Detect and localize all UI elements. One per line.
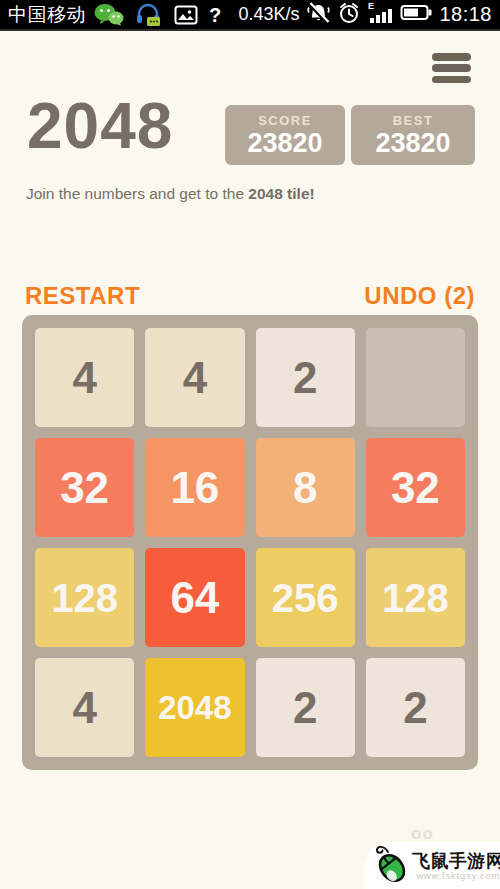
- menu-bar: [432, 64, 471, 72]
- game-subtitle: Join the numbers and get to the 2048 til…: [26, 185, 315, 203]
- battery-icon: [400, 4, 432, 25]
- faint-background-mark: oo: [411, 824, 434, 844]
- tile-2-r4c3: 2: [256, 658, 355, 757]
- watermark-site-name: 飞鼠手游网: [412, 852, 500, 871]
- clock-label: 18:18: [439, 3, 492, 26]
- restart-button[interactable]: RESTART: [25, 282, 140, 310]
- score-label: SCORE: [258, 114, 312, 127]
- status-bar: 中国移动: [0, 0, 500, 31]
- headset-chat-icon: [135, 2, 163, 27]
- tile-128-r3c4: 128: [366, 548, 465, 647]
- tile-4-r1c2: 4: [145, 328, 244, 427]
- tile-4-r1c1: 4: [35, 328, 134, 427]
- site-watermark: 飞鼠手游网 www.fsktgsy.com: [365, 842, 500, 889]
- mute-vibrate-icon: [306, 2, 331, 28]
- wechat-icon: [94, 3, 124, 26]
- carrier-label: 中国移动: [8, 2, 86, 28]
- signal-bars-icon: E: [367, 1, 393, 29]
- score-value: 23820: [247, 130, 322, 157]
- tile-8-r2c3: 8: [256, 438, 355, 537]
- controls-row: RESTART UNDO (2): [25, 282, 475, 310]
- alarm-clock-icon: [338, 2, 360, 28]
- mouse-logo-icon: [374, 843, 410, 889]
- tile-256-r3c3: 256: [256, 548, 355, 647]
- best-value: 23820: [375, 130, 450, 157]
- tile-64-r3c2: 64: [145, 548, 244, 647]
- best-label: BEST: [393, 114, 434, 127]
- menu-bar: [432, 76, 471, 84]
- tile-32-r2c1: 32: [35, 438, 134, 537]
- subtitle-text: Join the numbers and get to the: [26, 185, 248, 202]
- tile-128-r3c1: 128: [35, 548, 134, 647]
- board-grid[interactable]: 4423216832128642561284204822: [22, 315, 478, 770]
- subtitle-goal-text: 2048 tile!: [248, 185, 314, 202]
- best-box: BEST 23820: [351, 105, 475, 165]
- tile-2048-r4c2: 2048: [145, 658, 244, 757]
- tile-32-r2c4: 32: [366, 438, 465, 537]
- signal-type-label: E: [368, 1, 374, 11]
- menu-button[interactable]: [432, 53, 471, 83]
- undo-button[interactable]: UNDO (2): [364, 282, 475, 310]
- score-box: SCORE 23820: [225, 105, 345, 165]
- phone-screen: 中国移动: [0, 0, 500, 889]
- tile-16-r2c2: 16: [145, 438, 244, 537]
- menu-bar: [432, 53, 471, 61]
- image-icon: [174, 5, 198, 25]
- wifi-question-icon: ?: [209, 5, 221, 25]
- tile-4-r4c1: 4: [35, 658, 134, 757]
- tile-2-r1c3: 2: [256, 328, 355, 427]
- empty-cell-r1c4: [366, 328, 465, 427]
- tile-2-r4c4: 2: [366, 658, 465, 757]
- network-speed-label: 0.43K/s: [238, 4, 299, 25]
- watermark-site-url: www.fsktgsy.com: [416, 871, 500, 881]
- game-title: 2048: [27, 91, 173, 161]
